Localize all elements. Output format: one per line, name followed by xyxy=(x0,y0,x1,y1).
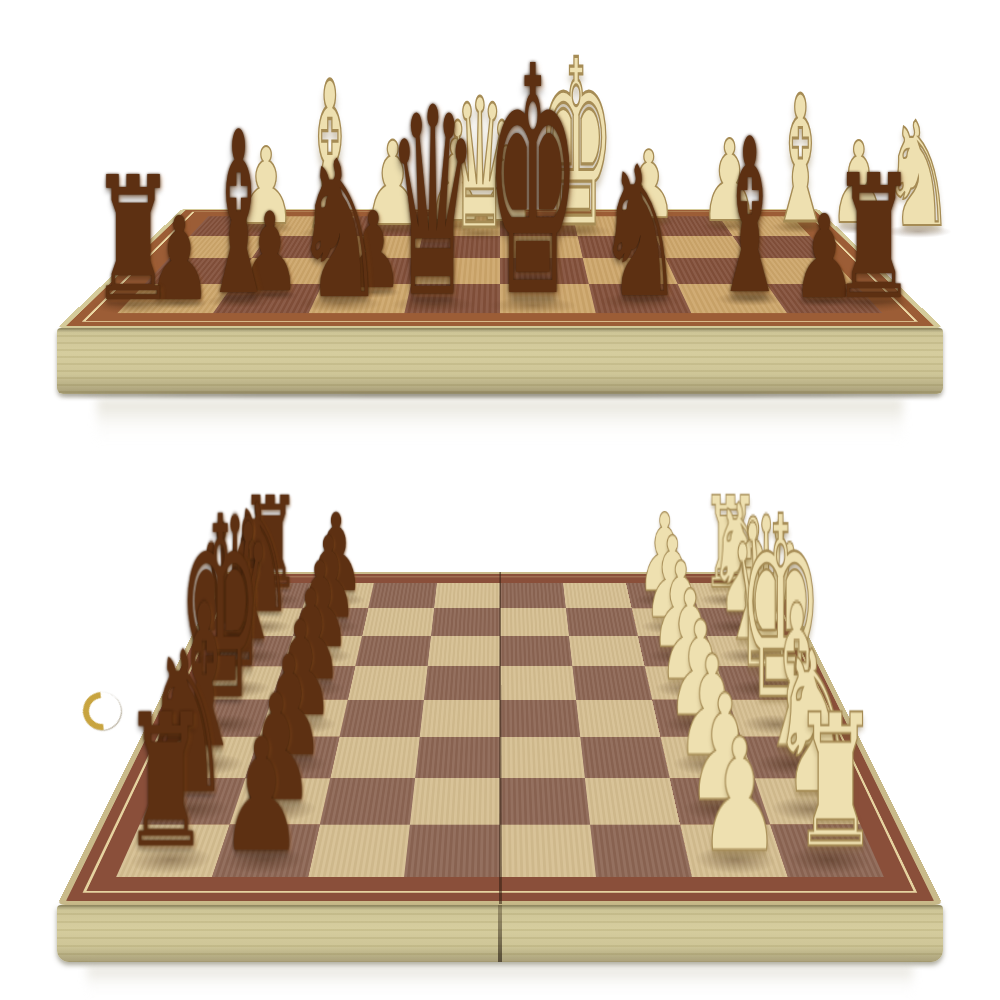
square-dark xyxy=(500,700,580,737)
lid-square-dark xyxy=(500,216,578,236)
piece-dark-rook: ♜ xyxy=(122,691,209,875)
square-dark xyxy=(566,608,638,636)
square-light xyxy=(348,666,428,699)
product-photo: ♜♟♝♟♞♟♛♚♞♝♟♜♟♝♟♟♛♟♚♟♟♝♟♞ ♜♟♟♜♞♟♟♞♝♟♟♝♛♟♟… xyxy=(0,0,1000,1000)
lid-square-dark xyxy=(322,258,417,284)
lid-square-dark xyxy=(417,236,500,258)
square-dark xyxy=(368,583,437,608)
lid-square-dark xyxy=(500,258,589,284)
square-light: ♜ xyxy=(116,825,230,878)
board-side-face xyxy=(57,905,943,962)
open-board-view: ♜♟♟♜♞♟♟♞♝♟♟♝♛♟♟♛♚♟♟♚♝♟♟♝♞♟♟♞♜♟♟♜ xyxy=(57,452,943,1000)
square-light xyxy=(420,700,500,737)
chessboard: ♜♟♟♜♞♟♟♞♝♟♟♝♛♟♟♛♚♟♟♚♝♟♟♝♞♟♟♞♜♟♟♜ xyxy=(57,572,943,905)
closed-box-view: ♜♟♝♟♞♟♛♚♞♝♟♜♟♝♟♟♛♟♚♟♟♝♟♞ xyxy=(57,0,943,452)
square-light xyxy=(410,778,500,824)
square-dark xyxy=(572,666,652,699)
piece-dark-pawn: ♟ xyxy=(220,718,302,874)
lid-square-light xyxy=(573,216,655,236)
lid-square-dark xyxy=(252,236,345,258)
square-light xyxy=(428,636,500,666)
square-light xyxy=(330,737,420,778)
lid-square-dark xyxy=(589,284,692,314)
lid-square-light xyxy=(500,236,583,258)
lid-square-dark xyxy=(345,216,427,236)
square-dark xyxy=(500,636,572,666)
open-board-scene: ♜♟♟♜♞♟♟♞♝♟♟♝♛♟♟♛♚♟♟♚♝♟♟♝♞♟♟♞♜♟♟♜ xyxy=(57,560,943,905)
square-dark xyxy=(500,778,590,824)
lid-square-light xyxy=(500,284,596,314)
square-light xyxy=(500,608,569,636)
square-dark xyxy=(590,825,692,878)
lid-square-light xyxy=(583,258,678,284)
square-light xyxy=(585,778,680,824)
square-dark xyxy=(339,700,423,737)
piece-light-pawn: ♟ xyxy=(698,718,780,874)
square-dark xyxy=(404,825,500,878)
board-reflection xyxy=(87,966,913,996)
box-reflection xyxy=(97,399,903,443)
square-light xyxy=(500,737,585,778)
closed-box-front-face xyxy=(57,328,943,394)
square-dark xyxy=(415,737,500,778)
square-dark: ♟ xyxy=(212,825,320,878)
lid-checker-grid xyxy=(117,216,883,313)
square-light xyxy=(569,636,645,666)
lid-square-light xyxy=(309,284,412,314)
lid-square-light xyxy=(411,258,500,284)
board-side-seam xyxy=(498,905,502,962)
lid-square-dark xyxy=(404,284,500,314)
square-dark xyxy=(431,608,500,636)
square-light xyxy=(362,608,434,636)
square-light: ♟ xyxy=(680,825,788,878)
square-dark xyxy=(500,583,566,608)
lid-square-dark xyxy=(213,284,323,314)
closed-box-lid-scene xyxy=(57,205,943,328)
piece-light-rook: ♜ xyxy=(791,691,878,875)
lid-square-light xyxy=(234,258,335,284)
box-ground-shadow xyxy=(61,393,939,397)
square-light xyxy=(500,666,576,699)
square-light xyxy=(563,583,632,608)
square-light xyxy=(308,825,410,878)
lid-square-dark xyxy=(578,236,666,258)
square-dark xyxy=(320,778,415,824)
lid-square-dark xyxy=(646,216,733,236)
square-dark xyxy=(355,636,431,666)
square-dark: ♜ xyxy=(770,825,884,878)
square-light xyxy=(434,583,500,608)
square-light xyxy=(500,825,596,878)
lid-square-light xyxy=(334,236,422,258)
lid-square-light xyxy=(422,216,500,236)
square-dark xyxy=(580,737,670,778)
lid-square-light xyxy=(267,216,354,236)
square-dark xyxy=(424,666,500,699)
square-light xyxy=(576,700,660,737)
closed-box-lid xyxy=(57,209,943,328)
